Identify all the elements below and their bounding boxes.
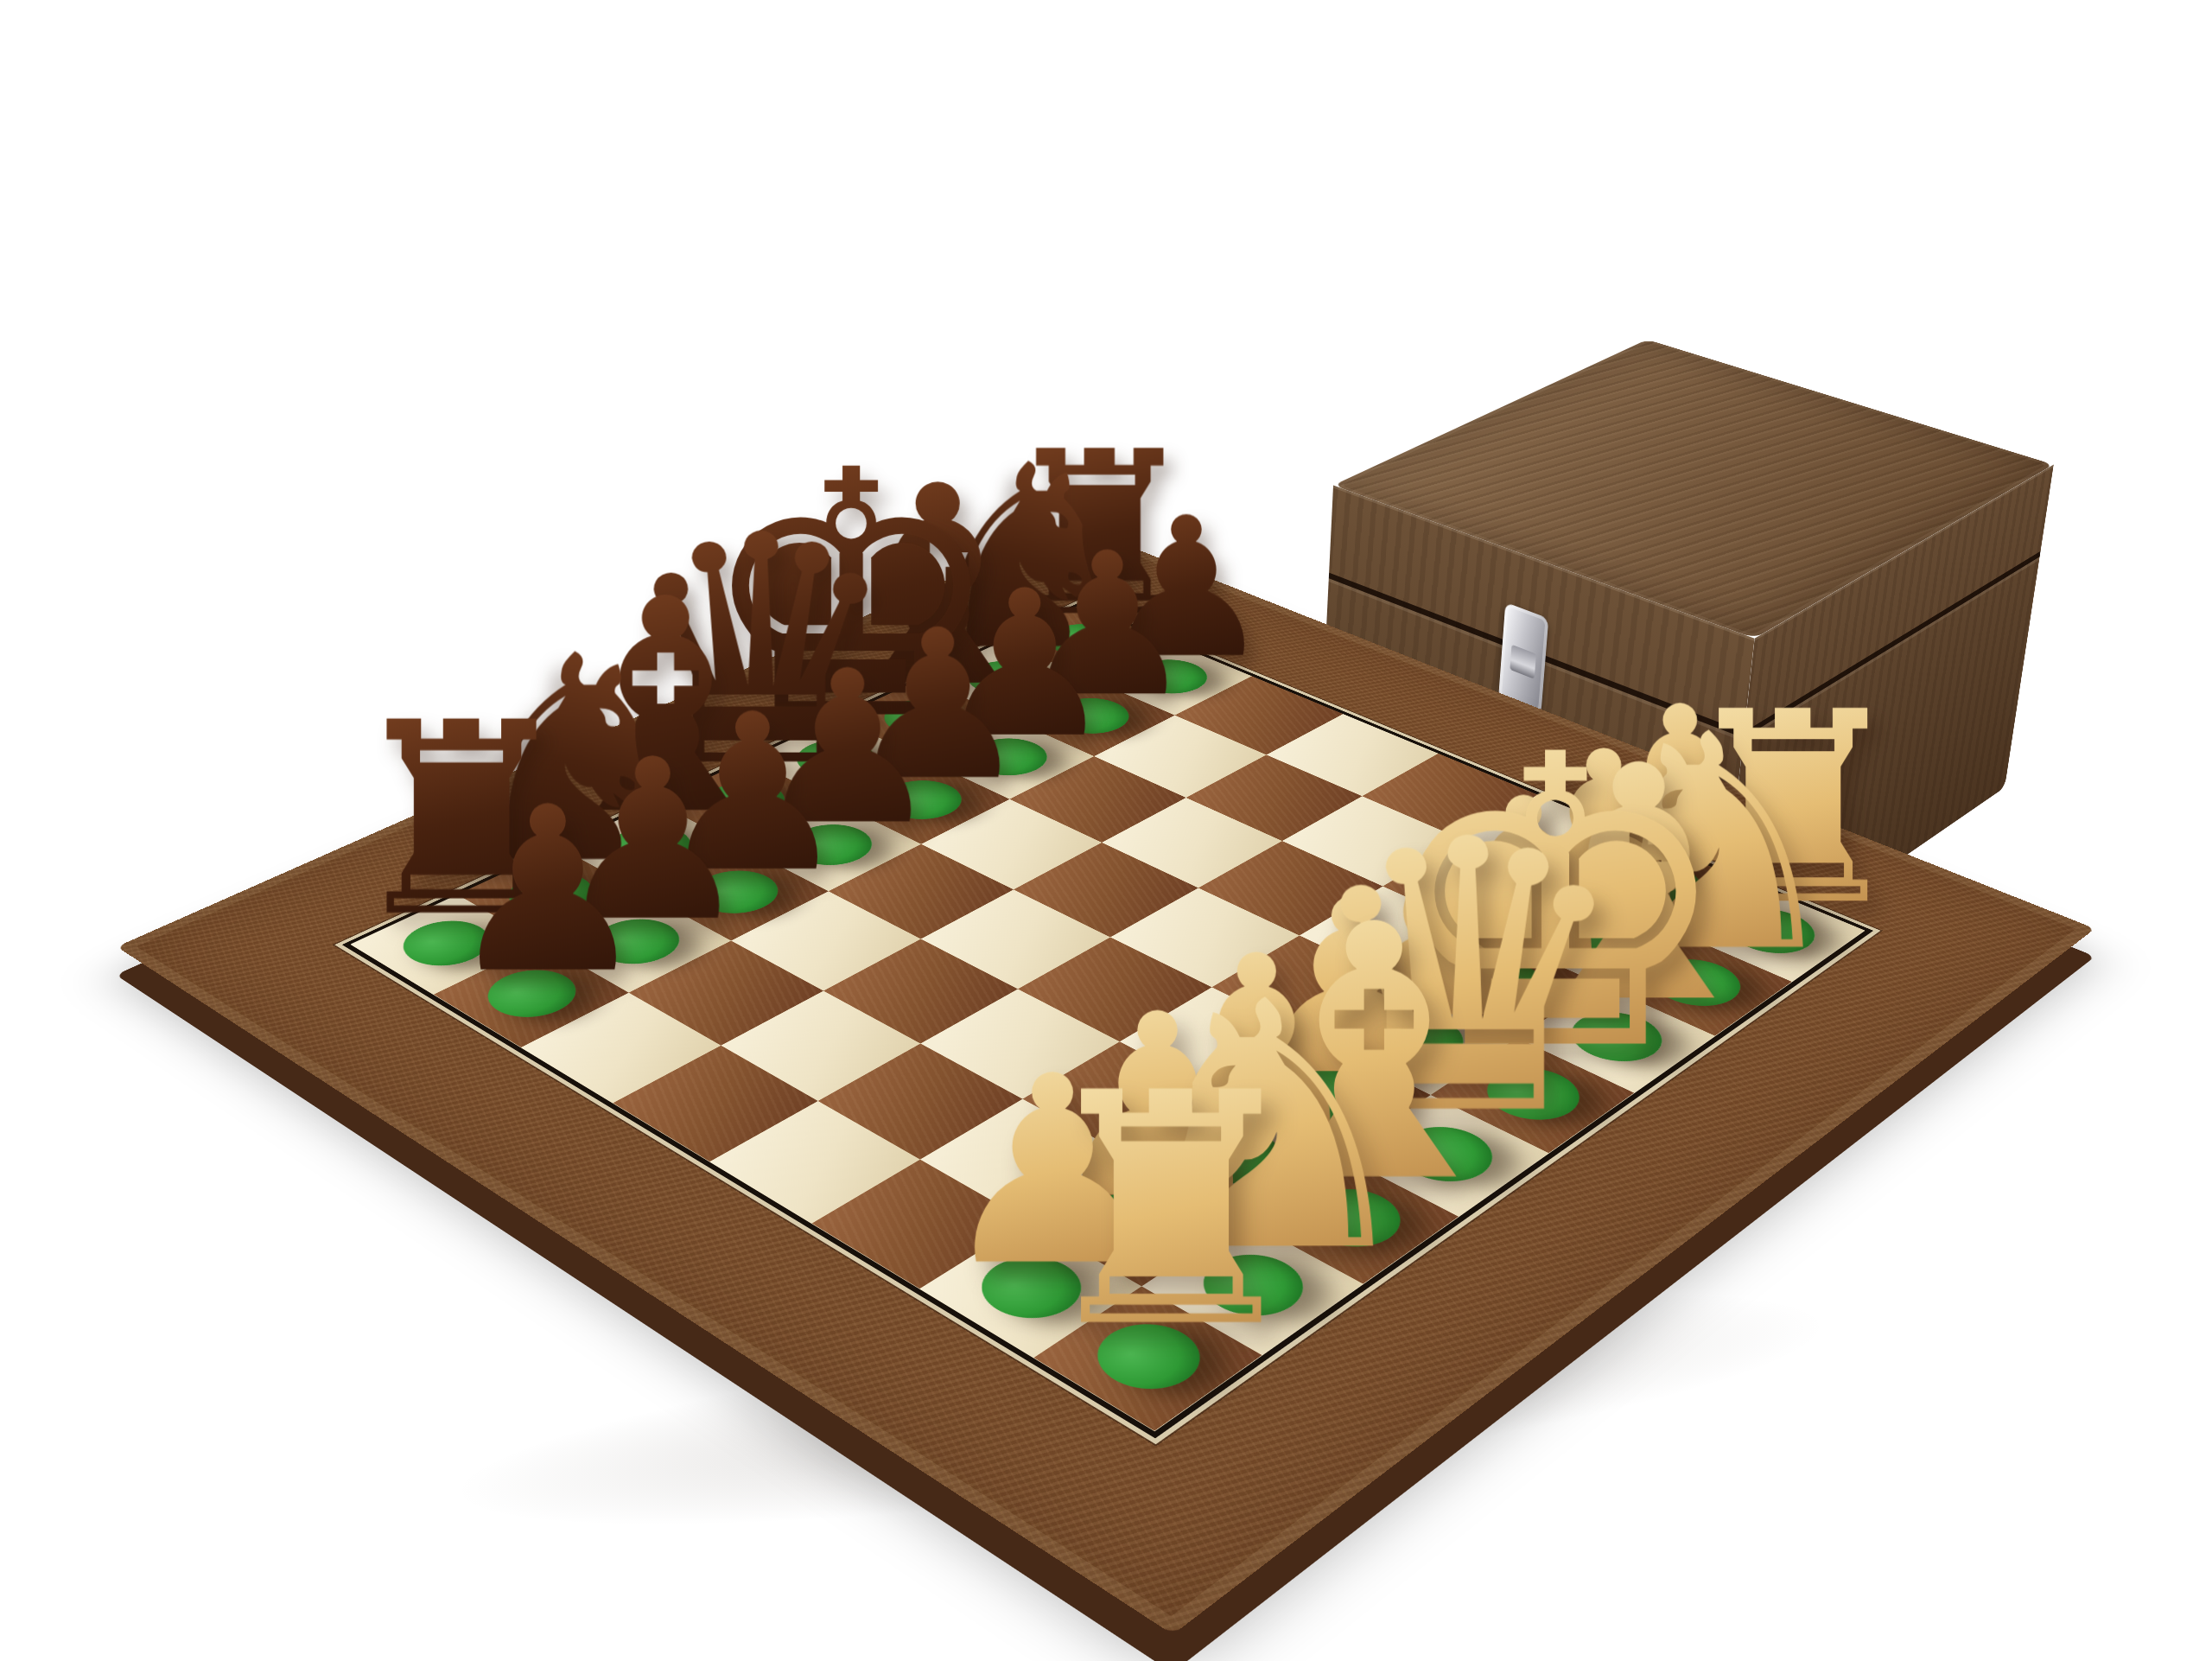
chess-set-photo: ♜♞♟♝♟♚♟♛♟♝♟♞♟♟♜♟♟♜♟♟♞♟♝♟♚♟♛♟♝♟♞♜ [0, 0, 2212, 1661]
pawn-glyph: ♟ [264, 776, 831, 1003]
chess-board: ♜♞♟♝♟♚♟♛♟♝♟♞♟♟♜♟♟♜♟♟♞♟♝♟♚♟♛♟♝♟♞♜ [117, 524, 2095, 1634]
board-scene: ♜♞♟♝♟♚♟♛♟♝♟♞♟♟♜♟♟♜♟♟♞♟♝♟♚♟♛♟♝♟♞♜ [0, 0, 2212, 1661]
rook-glyph: ♜ [838, 1051, 1504, 1371]
board-frame: ♜♞♟♝♟♚♟♛♟♝♟♞♟♟♜♟♟♜♟♟♞♟♝♟♚♟♛♟♝♟♞♜ [117, 524, 2095, 1634]
